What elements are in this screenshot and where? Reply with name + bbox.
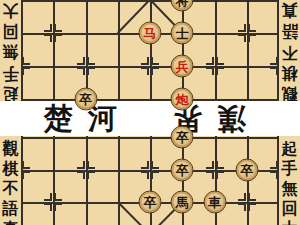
proverb-char: 不 [3,179,19,199]
proverb-top-left: 起手無回大 [0,0,21,105]
proverb-char: 真 [282,0,298,21]
proverb-char: 語 [3,199,19,219]
river-band: 楚河 漢界 [0,101,300,136]
point-marker [237,192,257,212]
point-marker [205,56,225,76]
piece-label: 兵 [176,60,189,73]
piece-label: 士 [176,27,189,40]
proverb-top-right: 觀棋不語真 [279,0,300,105]
piece-black-advisor[interactable]: 士 [171,22,194,45]
proverb-char: 真 [3,219,19,225]
piece-label: 将 [176,0,189,7]
proverb-char: 觀 [3,139,19,159]
piece-label: 马 [144,27,157,40]
proverb-char: 回 [282,199,298,219]
piece-red-soldier[interactable]: 兵 [171,55,194,78]
piece-label: 馬 [176,196,189,209]
piece-black-soldier[interactable]: 卒 [74,88,97,111]
river-label-han-jie: 漢界 [158,103,246,134]
point-marker [43,192,63,212]
xiangqi-game-screen: 楚河 漢界 起手無回大 觀棋不語真 觀棋不語真 起手無回大 将马士兵卒炮卒卒卒卒… [0,0,300,225]
point-marker [140,160,160,180]
proverb-char: 棋 [3,159,19,179]
piece-label: 車 [208,196,221,209]
point-marker [140,56,160,76]
piece-black-soldier[interactable]: 卒 [235,158,258,181]
proverb-char: 不 [282,42,298,63]
proverb-char: 語 [282,21,298,42]
proverb-char: 無 [3,42,19,63]
proverb-char: 起 [282,139,298,159]
piece-red-cannon[interactable]: 炮 [171,88,194,111]
proverb-char: 手 [282,159,298,179]
proverb-char: 棋 [282,63,298,84]
point-marker [237,23,257,43]
proverb-bottom-left: 觀棋不語真 [0,139,21,225]
piece-black-soldier[interactable]: 卒 [139,191,162,214]
piece-label: 卒 [176,163,189,176]
proverb-bottom-right: 起手無回大 [279,139,300,225]
proverb-char: 大 [3,0,19,21]
piece-black-soldier[interactable]: 卒 [171,126,194,149]
proverb-char: 回 [3,21,19,42]
point-marker [205,160,225,180]
proverb-char: 手 [3,63,19,84]
piece-black-chariot[interactable]: 車 [203,191,226,214]
proverb-char: 無 [282,179,298,199]
piece-red-horse[interactable]: 马 [139,22,162,45]
point-marker [43,23,63,43]
piece-label: 卒 [176,131,189,144]
piece-label: 卒 [79,93,92,106]
piece-black-horse[interactable]: 馬 [171,191,194,214]
piece-label: 卒 [240,163,253,176]
proverb-char: 大 [282,219,298,225]
piece-label: 卒 [144,196,157,209]
piece-black-soldier[interactable]: 卒 [171,158,194,181]
point-marker [76,160,96,180]
piece-label: 炮 [176,93,189,106]
point-marker [76,56,96,76]
